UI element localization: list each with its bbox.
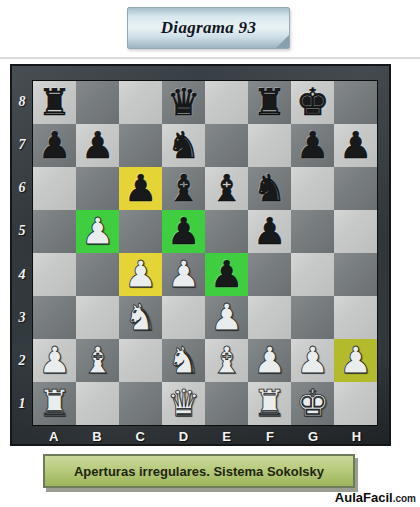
rank-label-4: 4 <box>12 253 32 296</box>
piece-white-knight: ♞ <box>119 296 162 339</box>
file-label-d: D <box>162 426 205 446</box>
piece-white-knight: ♞ <box>162 339 205 382</box>
square-h1 <box>334 382 377 425</box>
square-a3 <box>33 296 76 339</box>
square-c6: ♟ <box>119 167 162 210</box>
piece-white-queen: ♛ <box>162 382 205 425</box>
square-h6 <box>334 167 377 210</box>
square-g3 <box>291 296 334 339</box>
square-a6 <box>33 167 76 210</box>
piece-white-pawn: ♟ <box>119 253 162 296</box>
piece-black-knight: ♞ <box>248 167 291 210</box>
square-d7: ♞ <box>162 124 205 167</box>
square-c1 <box>119 382 162 425</box>
square-d3 <box>162 296 205 339</box>
file-label-b: B <box>75 426 118 446</box>
piece-black-knight: ♞ <box>162 124 205 167</box>
file-labels: ABCDEFGH <box>32 426 378 446</box>
square-a1: ♜ <box>33 382 76 425</box>
piece-black-rook: ♜ <box>33 81 76 124</box>
square-c7 <box>119 124 162 167</box>
square-e2: ♝ <box>205 339 248 382</box>
piece-white-king: ♚ <box>291 382 334 425</box>
square-f1: ♜ <box>248 382 291 425</box>
square-c3: ♞ <box>119 296 162 339</box>
piece-white-bishop: ♝ <box>76 339 119 382</box>
site-watermark: AulaFacil .com <box>335 490 416 505</box>
square-h8 <box>334 81 377 124</box>
square-e7 <box>205 124 248 167</box>
square-g8: ♚ <box>291 81 334 124</box>
caption-banner: Aperturas irregulares. Sistema Sokolsky <box>43 454 355 488</box>
square-e4: ♟ <box>205 253 248 296</box>
square-g5 <box>291 210 334 253</box>
piece-white-bishop: ♝ <box>205 339 248 382</box>
square-f7 <box>248 124 291 167</box>
square-h7: ♟ <box>334 124 377 167</box>
rank-labels: 87654321 <box>12 80 32 426</box>
square-b4 <box>76 253 119 296</box>
board-squares: ♜♛♜♚♟♟♞♟♟♟♝♝♞♟♟♟♟♟♟♞♟♟♝♞♝♟♟♟♜♛♜♚ <box>32 80 378 426</box>
square-e6: ♝ <box>205 167 248 210</box>
rank-label-1: 1 <box>12 383 32 426</box>
square-e3: ♟ <box>205 296 248 339</box>
square-h2: ♟ <box>334 339 377 382</box>
file-label-c: C <box>119 426 162 446</box>
square-d4: ♟ <box>162 253 205 296</box>
square-f4 <box>248 253 291 296</box>
diagram-title-banner: Diagrama 93 <box>127 7 290 49</box>
rank-label-3: 3 <box>12 296 32 339</box>
square-b3 <box>76 296 119 339</box>
square-e1 <box>205 382 248 425</box>
square-g2: ♟ <box>291 339 334 382</box>
square-f2: ♟ <box>248 339 291 382</box>
square-a8: ♜ <box>33 81 76 124</box>
caption-text: Aperturas irregulares. Sistema Sokolsky <box>74 464 324 479</box>
piece-black-bishop: ♝ <box>205 167 248 210</box>
file-label-g: G <box>292 426 335 446</box>
piece-black-pawn: ♟ <box>205 253 248 296</box>
rank-label-2: 2 <box>12 340 32 383</box>
file-label-a: A <box>32 426 75 446</box>
square-b1 <box>76 382 119 425</box>
square-d8: ♛ <box>162 81 205 124</box>
rank-label-6: 6 <box>12 167 32 210</box>
piece-black-rook: ♜ <box>248 81 291 124</box>
square-c4: ♟ <box>119 253 162 296</box>
square-f5: ♟ <box>248 210 291 253</box>
rank-label-5: 5 <box>12 210 32 253</box>
piece-white-pawn: ♟ <box>162 253 205 296</box>
square-d1: ♛ <box>162 382 205 425</box>
square-f6: ♞ <box>248 167 291 210</box>
piece-black-pawn: ♟ <box>248 210 291 253</box>
square-d6: ♝ <box>162 167 205 210</box>
piece-black-queen: ♛ <box>162 81 205 124</box>
square-b5: ♟ <box>76 210 119 253</box>
file-label-f: F <box>248 426 291 446</box>
square-g4 <box>291 253 334 296</box>
square-g7: ♟ <box>291 124 334 167</box>
diagram-title: Diagrama 93 <box>161 18 256 38</box>
watermark-brand: AulaFacil <box>335 490 393 505</box>
file-label-e: E <box>205 426 248 446</box>
piece-black-pawn: ♟ <box>162 210 205 253</box>
piece-black-bishop: ♝ <box>162 167 205 210</box>
piece-black-pawn: ♟ <box>33 124 76 167</box>
square-g1: ♚ <box>291 382 334 425</box>
watermark-suffix: .com <box>393 493 416 504</box>
piece-white-pawn: ♟ <box>334 339 377 382</box>
square-h5 <box>334 210 377 253</box>
square-e5 <box>205 210 248 253</box>
square-f3 <box>248 296 291 339</box>
file-label-h: H <box>335 426 378 446</box>
piece-white-pawn: ♟ <box>248 339 291 382</box>
square-d5: ♟ <box>162 210 205 253</box>
divider-line <box>0 57 420 59</box>
piece-white-rook: ♜ <box>248 382 291 425</box>
square-c8 <box>119 81 162 124</box>
square-h3 <box>334 296 377 339</box>
piece-black-pawn: ♟ <box>291 124 334 167</box>
square-b6 <box>76 167 119 210</box>
square-b2: ♝ <box>76 339 119 382</box>
square-d2: ♞ <box>162 339 205 382</box>
square-f8: ♜ <box>248 81 291 124</box>
piece-white-pawn: ♟ <box>205 296 248 339</box>
square-a7: ♟ <box>33 124 76 167</box>
piece-white-pawn: ♟ <box>291 339 334 382</box>
piece-black-pawn: ♟ <box>334 124 377 167</box>
rank-label-7: 7 <box>12 123 32 166</box>
square-g6 <box>291 167 334 210</box>
piece-white-rook: ♜ <box>33 382 76 425</box>
square-c2 <box>119 339 162 382</box>
square-a2: ♟ <box>33 339 76 382</box>
piece-black-pawn: ♟ <box>119 167 162 210</box>
chess-board: 87654321 ♜♛♜♚♟♟♞♟♟♟♝♝♞♟♟♟♟♟♟♞♟♟♝♞♝♟♟♟♜♛♜… <box>10 64 391 446</box>
piece-white-pawn: ♟ <box>33 339 76 382</box>
square-c5 <box>119 210 162 253</box>
piece-black-pawn: ♟ <box>76 124 119 167</box>
square-b7: ♟ <box>76 124 119 167</box>
square-b8 <box>76 81 119 124</box>
square-a5 <box>33 210 76 253</box>
piece-white-pawn: ♟ <box>76 210 119 253</box>
square-h4 <box>334 253 377 296</box>
square-e8 <box>205 81 248 124</box>
rank-label-8: 8 <box>12 80 32 123</box>
square-a4 <box>33 253 76 296</box>
piece-black-king: ♚ <box>291 81 334 124</box>
